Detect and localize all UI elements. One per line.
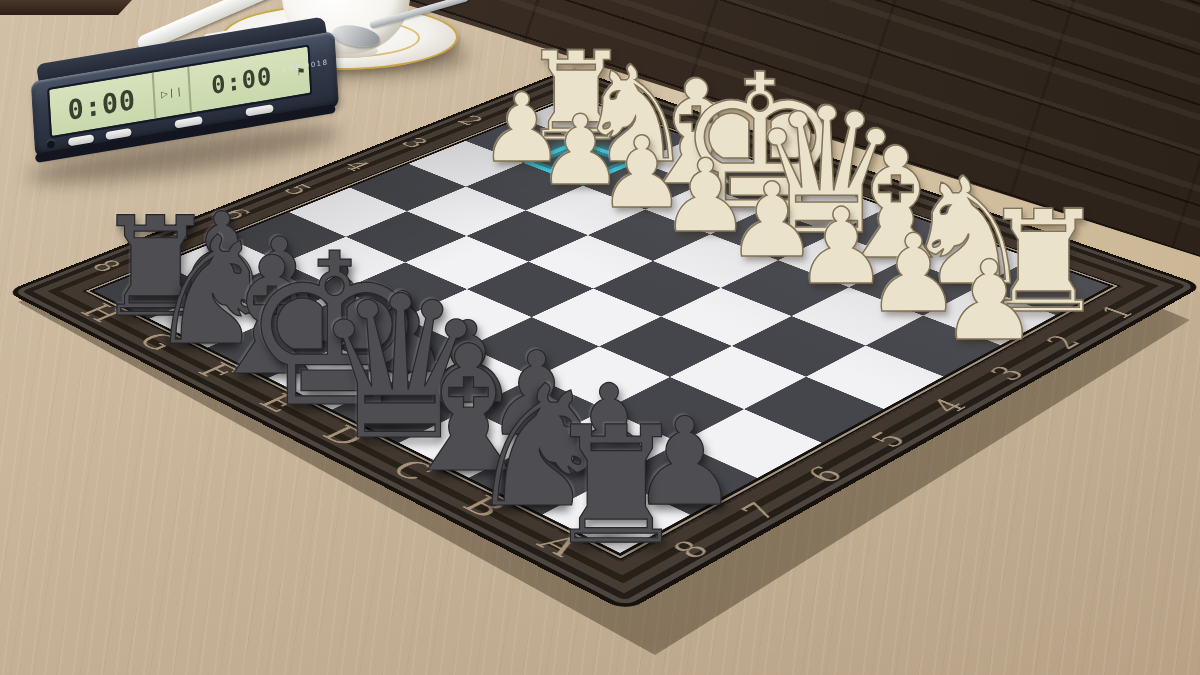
clock-left-time: 0:00 <box>49 73 154 136</box>
play-pause-icon: ▷❘❘ <box>152 66 192 118</box>
piece-white-pawn-a2[interactable]: ♟ <box>934 246 1044 356</box>
scene-3d-chess: { "game": "chess", "scene": "3D chess se… <box>0 0 1200 675</box>
chess-clock: 0:00 ▷❘❘ 0:00 ⚑ EGE 9018 <box>18 26 368 176</box>
shelf-edge <box>0 0 132 15</box>
clock-right-time: 0:00 <box>189 49 294 112</box>
piece-black-rook-a8[interactable]: ♜ <box>535 406 697 568</box>
clock-power-button[interactable] <box>46 139 55 150</box>
